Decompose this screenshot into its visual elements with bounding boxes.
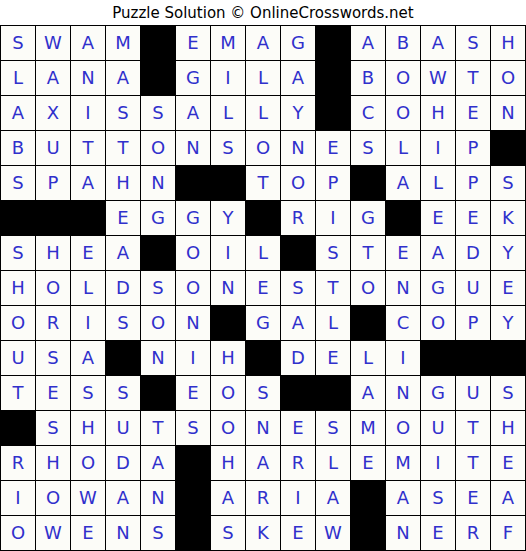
letter-cell-r1c1: S xyxy=(1,26,35,60)
letter-cell-r6c9: R xyxy=(281,201,315,235)
letter-cell-r14c9: I xyxy=(281,481,315,515)
letter-cell-r9c3: I xyxy=(71,306,105,340)
letter-cell-r12c10: S xyxy=(316,411,350,445)
letter-cell-r1c11: A xyxy=(351,26,385,60)
letter-cell-r13c15: E xyxy=(491,446,525,480)
letter-cell-r4c8: O xyxy=(246,131,280,165)
letter-cell-r8c4: D xyxy=(106,271,140,305)
letter-cell-r10c11: L xyxy=(351,341,385,375)
letter-cell-r6c11: G xyxy=(351,201,385,235)
black-cell-r10c13 xyxy=(421,341,455,375)
letter-cell-r6c5: G xyxy=(141,201,175,235)
letter-cell-r15c15: F xyxy=(491,516,525,550)
letter-cell-r6c15: K xyxy=(491,201,525,235)
letter-cell-r6c10: I xyxy=(316,201,350,235)
letter-cell-r13c8: A xyxy=(246,446,280,480)
black-cell-r10c14 xyxy=(456,341,490,375)
letter-cell-r9c13: O xyxy=(421,306,455,340)
letter-cell-r7c6: O xyxy=(176,236,210,270)
letter-cell-r1c8: A xyxy=(246,26,280,60)
black-cell-r10c15 xyxy=(491,341,525,375)
letter-cell-r5c14: P xyxy=(456,166,490,200)
letter-cell-r8c13: G xyxy=(421,271,455,305)
black-cell-r9c7 xyxy=(211,306,245,340)
black-cell-r10c8 xyxy=(246,341,280,375)
letter-cell-r2c11: B xyxy=(351,61,385,95)
letter-cell-r6c6: G xyxy=(176,201,210,235)
black-cell-r9c11 xyxy=(351,306,385,340)
letter-cell-r15c14: R xyxy=(456,516,490,550)
letter-cell-r15c12: N xyxy=(386,516,420,550)
black-cell-r14c11 xyxy=(351,481,385,515)
letter-cell-r4c14: P xyxy=(456,131,490,165)
letter-cell-r3c5: S xyxy=(141,96,175,130)
letter-cell-r1c9: G xyxy=(281,26,315,60)
letter-cell-r9c9: A xyxy=(281,306,315,340)
black-cell-r11c5 xyxy=(141,376,175,410)
black-cell-r1c10 xyxy=(316,26,350,60)
letter-cell-r3c7: L xyxy=(211,96,245,130)
letter-cell-r15c5: S xyxy=(141,516,175,550)
letter-cell-r10c6: I xyxy=(176,341,210,375)
letter-cell-r2c8: L xyxy=(246,61,280,95)
letter-cell-r9c10: L xyxy=(316,306,350,340)
black-cell-r10c4 xyxy=(106,341,140,375)
letter-cell-r11c8: S xyxy=(246,376,280,410)
letter-cell-r4c13: I xyxy=(421,131,455,165)
letter-cell-r10c1: U xyxy=(1,341,35,375)
letter-cell-r4c10: E xyxy=(316,131,350,165)
letter-cell-r8c15: E xyxy=(491,271,525,305)
letter-cell-r3c9: Y xyxy=(281,96,315,130)
letter-cell-r3c3: I xyxy=(71,96,105,130)
letter-cell-r8c2: O xyxy=(36,271,70,305)
letter-cell-r7c15: Y xyxy=(491,236,525,270)
letter-cell-r8c5: S xyxy=(141,271,175,305)
letter-cell-r11c13: G xyxy=(421,376,455,410)
letter-cell-r3c11: C xyxy=(351,96,385,130)
letter-cell-r15c7: S xyxy=(211,516,245,550)
letter-cell-r2c1: L xyxy=(1,61,35,95)
letter-cell-r12c3: H xyxy=(71,411,105,445)
letter-cell-r1c15: H xyxy=(491,26,525,60)
page-title: Puzzle Solution © OnlineCrosswords.net xyxy=(0,0,526,25)
black-cell-r5c6 xyxy=(176,166,210,200)
letter-cell-r13c11: E xyxy=(351,446,385,480)
letter-cell-r13c2: H xyxy=(36,446,70,480)
letter-cell-r14c7: A xyxy=(211,481,245,515)
letter-cell-r12c11: M xyxy=(351,411,385,445)
black-cell-r7c9 xyxy=(281,236,315,270)
letter-cell-r13c7: H xyxy=(211,446,245,480)
letter-cell-r9c14: P xyxy=(456,306,490,340)
letter-cell-r11c2: E xyxy=(36,376,70,410)
letter-cell-r11c12: N xyxy=(386,376,420,410)
letter-cell-r12c6: S xyxy=(176,411,210,445)
letter-cell-r5c13: L xyxy=(421,166,455,200)
letter-cell-r5c5: N xyxy=(141,166,175,200)
letter-cell-r2c12: O xyxy=(386,61,420,95)
black-cell-r6c8 xyxy=(246,201,280,235)
letter-cell-r15c13: E xyxy=(421,516,455,550)
letter-cell-r9c6: N xyxy=(176,306,210,340)
letter-cell-r8c6: O xyxy=(176,271,210,305)
letter-cell-r7c4: A xyxy=(106,236,140,270)
black-cell-r1c5 xyxy=(141,26,175,60)
letter-cell-r12c8: N xyxy=(246,411,280,445)
letter-cell-r13c10: L xyxy=(316,446,350,480)
letter-cell-r5c15: S xyxy=(491,166,525,200)
letter-cell-r12c5: T xyxy=(141,411,175,445)
letter-cell-r12c13: U xyxy=(421,411,455,445)
letter-cell-r2c4: A xyxy=(106,61,140,95)
letter-cell-r11c6: E xyxy=(176,376,210,410)
letter-cell-r13c12: M xyxy=(386,446,420,480)
letter-cell-r2c15: O xyxy=(491,61,525,95)
letter-cell-r15c4: N xyxy=(106,516,140,550)
black-cell-r3c10 xyxy=(316,96,350,130)
letter-cell-r14c13: S xyxy=(421,481,455,515)
letter-cell-r11c4: S xyxy=(106,376,140,410)
letter-cell-r1c2: W xyxy=(36,26,70,60)
letter-cell-r1c6: E xyxy=(176,26,210,60)
letter-cell-r15c1: O xyxy=(1,516,35,550)
black-cell-r4c15 xyxy=(491,131,525,165)
letter-cell-r8c12: N xyxy=(386,271,420,305)
letter-cell-r10c10: E xyxy=(316,341,350,375)
black-cell-r12c1 xyxy=(1,411,35,445)
letter-cell-r14c14: E xyxy=(456,481,490,515)
letter-cell-r4c4: T xyxy=(106,131,140,165)
letter-cell-r2c3: N xyxy=(71,61,105,95)
letter-cell-r3c6: A xyxy=(176,96,210,130)
letter-cell-r7c2: H xyxy=(36,236,70,270)
letter-cell-r7c14: D xyxy=(456,236,490,270)
letter-cell-r4c1: B xyxy=(1,131,35,165)
black-cell-r11c10 xyxy=(316,376,350,410)
letter-cell-r11c3: S xyxy=(71,376,105,410)
letter-cell-r3c14: E xyxy=(456,96,490,130)
letter-cell-r4c12: L xyxy=(386,131,420,165)
letter-cell-r1c14: S xyxy=(456,26,490,60)
letter-cell-r1c3: A xyxy=(71,26,105,60)
letter-cell-r3c8: L xyxy=(246,96,280,130)
letter-cell-r10c3: A xyxy=(71,341,105,375)
letter-cell-r11c14: U xyxy=(456,376,490,410)
letter-cell-r13c13: I xyxy=(421,446,455,480)
letter-cell-r14c12: A xyxy=(386,481,420,515)
letter-cell-r8c7: N xyxy=(211,271,245,305)
letter-cell-r4c7: S xyxy=(211,131,245,165)
letter-cell-r2c14: T xyxy=(456,61,490,95)
letter-cell-r13c3: O xyxy=(71,446,105,480)
letter-cell-r5c10: P xyxy=(316,166,350,200)
letter-cell-r15c9: E xyxy=(281,516,315,550)
letter-cell-r9c5: O xyxy=(141,306,175,340)
letter-cell-r7c8: L xyxy=(246,236,280,270)
letter-cell-r11c1: T xyxy=(1,376,35,410)
letter-cell-r3c2: X xyxy=(36,96,70,130)
letter-cell-r14c8: R xyxy=(246,481,280,515)
letter-cell-r12c4: U xyxy=(106,411,140,445)
letter-cell-r6c4: E xyxy=(106,201,140,235)
letter-cell-r10c7: H xyxy=(211,341,245,375)
letter-cell-r11c11: A xyxy=(351,376,385,410)
letter-cell-r10c12: I xyxy=(386,341,420,375)
letter-cell-r13c5: A xyxy=(141,446,175,480)
letter-cell-r8c3: L xyxy=(71,271,105,305)
black-cell-r6c2 xyxy=(36,201,70,235)
letter-cell-r5c4: H xyxy=(106,166,140,200)
letter-cell-r4c6: N xyxy=(176,131,210,165)
letter-cell-r10c9: D xyxy=(281,341,315,375)
letter-cell-r8c11: O xyxy=(351,271,385,305)
letter-cell-r11c7: O xyxy=(211,376,245,410)
letter-cell-r7c1: S xyxy=(1,236,35,270)
letter-cell-r10c5: N xyxy=(141,341,175,375)
letter-cell-r8c9: S xyxy=(281,271,315,305)
letter-cell-r14c3: W xyxy=(71,481,105,515)
black-cell-r14c6 xyxy=(176,481,210,515)
letter-cell-r3c4: S xyxy=(106,96,140,130)
letter-cell-r9c12: C xyxy=(386,306,420,340)
letter-cell-r3c13: H xyxy=(421,96,455,130)
letter-cell-r13c4: D xyxy=(106,446,140,480)
letter-cell-r15c3: E xyxy=(71,516,105,550)
letter-cell-r7c11: T xyxy=(351,236,385,270)
letter-cell-r1c13: A xyxy=(421,26,455,60)
letter-cell-r2c2: A xyxy=(36,61,70,95)
letter-cell-r7c3: E xyxy=(71,236,105,270)
letter-cell-r14c2: O xyxy=(36,481,70,515)
black-cell-r11c9 xyxy=(281,376,315,410)
black-cell-r6c1 xyxy=(1,201,35,235)
letter-cell-r8c1: H xyxy=(1,271,35,305)
letter-cell-r3c15: N xyxy=(491,96,525,130)
letter-cell-r8c10: T xyxy=(316,271,350,305)
letter-cell-r7c12: E xyxy=(386,236,420,270)
letter-cell-r9c1: O xyxy=(1,306,35,340)
black-cell-r6c12 xyxy=(386,201,420,235)
black-cell-r2c5 xyxy=(141,61,175,95)
letter-cell-r9c4: S xyxy=(106,306,140,340)
letter-cell-r2c7: I xyxy=(211,61,245,95)
letter-cell-r14c4: A xyxy=(106,481,140,515)
letter-cell-r4c2: U xyxy=(36,131,70,165)
letter-cell-r2c13: W xyxy=(421,61,455,95)
black-cell-r6c3 xyxy=(71,201,105,235)
letter-cell-r7c10: S xyxy=(316,236,350,270)
letter-cell-r4c9: N xyxy=(281,131,315,165)
letter-cell-r12c2: S xyxy=(36,411,70,445)
letter-cell-r2c9: A xyxy=(281,61,315,95)
letter-cell-r6c7: Y xyxy=(211,201,245,235)
crossword-grid: SWAMEMAGABASHLANAGILABOWTOAXISSALLYCOHEN… xyxy=(0,25,526,551)
letter-cell-r5c3: A xyxy=(71,166,105,200)
letter-cell-r3c12: O xyxy=(386,96,420,130)
letter-cell-r14c15: A xyxy=(491,481,525,515)
letter-cell-r9c8: G xyxy=(246,306,280,340)
black-cell-r7c5 xyxy=(141,236,175,270)
letter-cell-r8c14: U xyxy=(456,271,490,305)
letter-cell-r5c12: A xyxy=(386,166,420,200)
letter-cell-r12c12: O xyxy=(386,411,420,445)
letter-cell-r1c12: B xyxy=(386,26,420,60)
black-cell-r15c11 xyxy=(351,516,385,550)
letter-cell-r13c14: T xyxy=(456,446,490,480)
letter-cell-r15c2: W xyxy=(36,516,70,550)
letter-cell-r14c5: N xyxy=(141,481,175,515)
letter-cell-r13c9: R xyxy=(281,446,315,480)
letter-cell-r9c2: R xyxy=(36,306,70,340)
letter-cell-r15c10: W xyxy=(316,516,350,550)
letter-cell-r2c6: G xyxy=(176,61,210,95)
black-cell-r2c10 xyxy=(316,61,350,95)
letter-cell-r12c9: E xyxy=(281,411,315,445)
letter-cell-r7c7: I xyxy=(211,236,245,270)
letter-cell-r5c2: P xyxy=(36,166,70,200)
letter-cell-r12c15: H xyxy=(491,411,525,445)
letter-cell-r8c8: E xyxy=(246,271,280,305)
letter-cell-r7c13: A xyxy=(421,236,455,270)
letter-cell-r13c1: R xyxy=(1,446,35,480)
letter-cell-r15c8: K xyxy=(246,516,280,550)
puzzle-solution-page: Puzzle Solution © OnlineCrosswords.net S… xyxy=(0,0,526,551)
letter-cell-r6c13: E xyxy=(421,201,455,235)
letter-cell-r3c1: A xyxy=(1,96,35,130)
black-cell-r15c6 xyxy=(176,516,210,550)
letter-cell-r5c9: O xyxy=(281,166,315,200)
letter-cell-r14c1: I xyxy=(1,481,35,515)
letter-cell-r6c14: E xyxy=(456,201,490,235)
black-cell-r13c6 xyxy=(176,446,210,480)
letter-cell-r12c7: O xyxy=(211,411,245,445)
letter-cell-r4c11: S xyxy=(351,131,385,165)
letter-cell-r1c7: M xyxy=(211,26,245,60)
letter-cell-r5c8: T xyxy=(246,166,280,200)
letter-cell-r4c3: T xyxy=(71,131,105,165)
letter-cell-r9c15: Y xyxy=(491,306,525,340)
black-cell-r5c11 xyxy=(351,166,385,200)
letter-cell-r1c4: M xyxy=(106,26,140,60)
letter-cell-r11c15: S xyxy=(491,376,525,410)
letter-cell-r5c1: S xyxy=(1,166,35,200)
letter-cell-r4c5: O xyxy=(141,131,175,165)
letter-cell-r12c14: T xyxy=(456,411,490,445)
letter-cell-r14c10: A xyxy=(316,481,350,515)
letter-cell-r10c2: S xyxy=(36,341,70,375)
black-cell-r5c7 xyxy=(211,166,245,200)
